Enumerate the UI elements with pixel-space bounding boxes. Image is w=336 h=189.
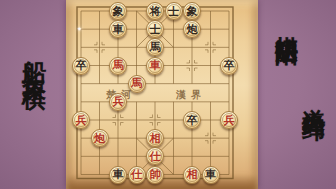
piece-red-horse[interactable]: 馬	[109, 57, 127, 75]
piece-character: 馬	[131, 78, 142, 89]
right-motto-line-2: 道为经纬	[302, 90, 325, 102]
piece-character: 士	[150, 23, 161, 34]
piece-black-soldier[interactable]: 卒	[183, 111, 201, 129]
piece-character: 仕	[131, 169, 142, 180]
piece-black-advisor[interactable]: 士	[165, 2, 183, 20]
piece-character: 馬	[113, 60, 124, 71]
piece-character: 象	[187, 5, 198, 16]
piece-character: 将	[150, 5, 161, 16]
piece-character: 車	[150, 60, 161, 71]
piece-character: 兵	[224, 114, 235, 125]
piece-character: 卒	[76, 60, 87, 71]
piece-character: 相	[187, 169, 198, 180]
xiangqi-board: 楚河 漢界 象将士象車士炮馬卒馬車卒馬兵兵卒兵炮相仕車仕帥相車 ✦	[66, 0, 258, 189]
piece-black-elephant[interactable]: 象	[109, 2, 127, 20]
sparkle-highlight-icon: ✦	[77, 26, 83, 32]
piece-character: 炮	[187, 23, 198, 34]
piece-character: 仕	[150, 150, 161, 161]
piece-black-soldier[interactable]: 卒	[72, 57, 90, 75]
piece-black-chariot[interactable]: 車	[202, 166, 220, 184]
piece-black-elephant[interactable]: 象	[183, 2, 201, 20]
piece-character: 車	[205, 169, 216, 180]
piece-character: 車	[113, 169, 124, 180]
piece-character: 炮	[94, 132, 105, 143]
piece-red-elephant[interactable]: 相	[183, 166, 201, 184]
piece-black-chariot[interactable]: 車	[109, 166, 127, 184]
piece-red-advisor[interactable]: 仕	[128, 166, 146, 184]
piece-character: 象	[113, 5, 124, 16]
piece-character: 卒	[224, 60, 235, 71]
river-label-han-jie: 漢界	[176, 88, 206, 102]
piece-character: 卒	[187, 114, 198, 125]
thumbnail-root: 船长象棋 楚河 漢界 象将士象車士炮馬卒馬車卒馬兵兵卒兵炮相仕車仕帥相車 ✦ 棋…	[0, 0, 336, 189]
piece-red-horse[interactable]: 馬	[128, 75, 146, 93]
piece-red-soldier[interactable]: 兵	[72, 111, 90, 129]
piece-red-soldier[interactable]: 兵	[109, 93, 127, 111]
piece-black-general[interactable]: 将	[146, 2, 164, 20]
piece-red-chariot[interactable]: 車	[146, 57, 164, 75]
piece-character: 馬	[150, 41, 161, 52]
piece-character: 兵	[76, 114, 87, 125]
piece-character: 車	[113, 23, 124, 34]
piece-character: 士	[168, 5, 179, 16]
piece-red-soldier[interactable]: 兵	[220, 111, 238, 129]
piece-character: 帥	[150, 169, 161, 180]
right-motto-line-1: 棋法阴阳	[275, 17, 298, 29]
left-channel-title: 船长象棋	[22, 42, 46, 74]
piece-red-cannon[interactable]: 炮	[91, 129, 109, 147]
piece-black-soldier[interactable]: 卒	[220, 57, 238, 75]
piece-character: 兵	[113, 96, 124, 107]
piece-character: 相	[150, 132, 161, 143]
piece-red-general[interactable]: 帥	[146, 166, 164, 184]
